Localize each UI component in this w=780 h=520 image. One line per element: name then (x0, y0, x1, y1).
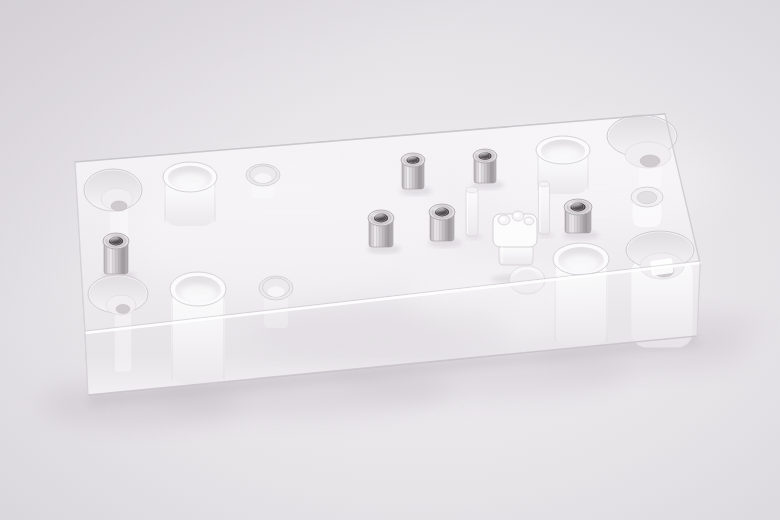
big-hole-front-right (626, 231, 694, 348)
frosted-cyl-back-left (163, 162, 217, 226)
frosted-cyl-front-right (553, 243, 609, 345)
small-cyl-right (631, 187, 663, 227)
acrylic-block-photo (0, 0, 780, 520)
small-hole-front (259, 276, 293, 328)
frosted-cyl-front-left (170, 272, 226, 384)
photo-frame (0, 0, 780, 520)
small-hole-back (246, 164, 280, 198)
